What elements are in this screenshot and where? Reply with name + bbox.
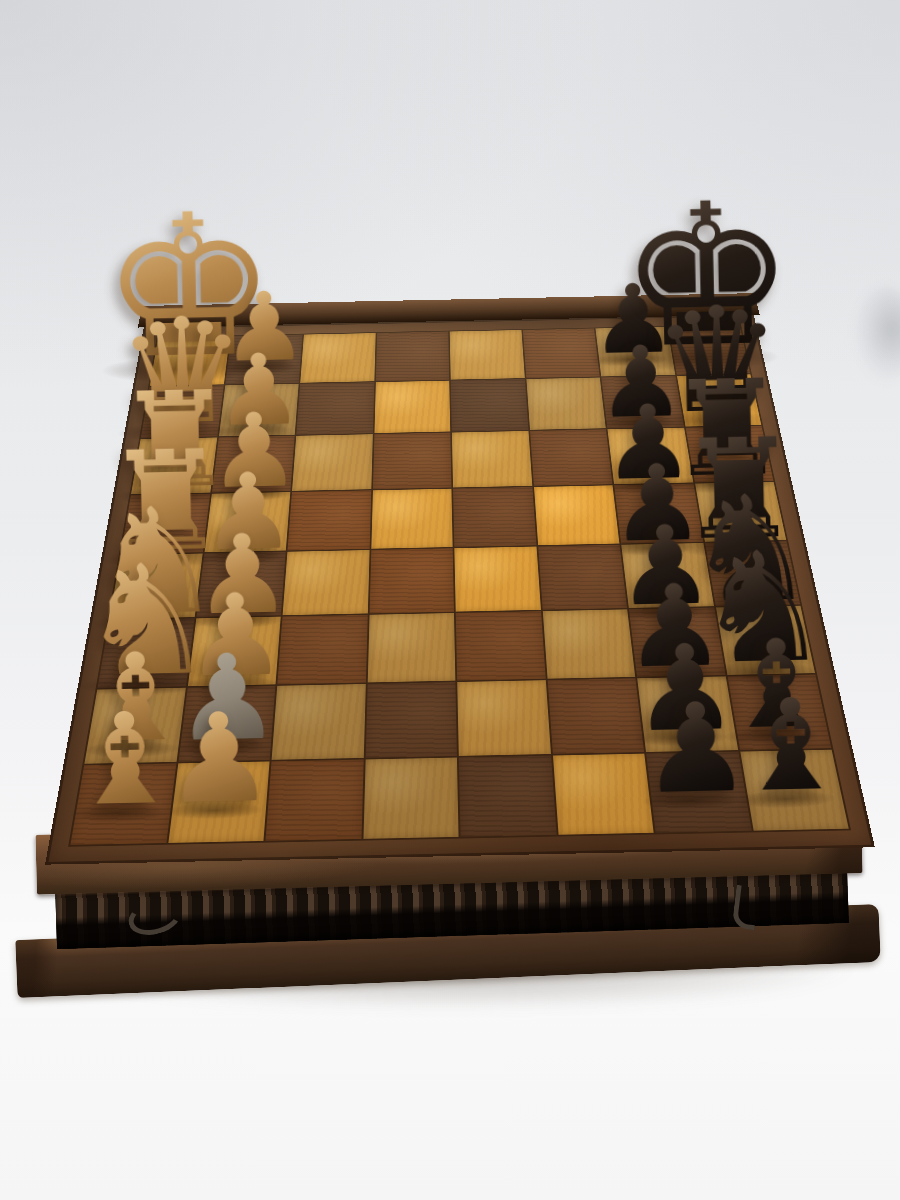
square-e4[interactable] [454,547,540,612]
square-d8[interactable] [376,332,450,381]
square-f3[interactable] [542,609,635,679]
square-b6[interactable] [212,436,295,492]
square-a7[interactable] [141,385,224,438]
square-b2[interactable] [178,686,275,762]
scene: ♚♟♟♚♛♟♟♛♜♟♟♜♜♟♟♜♞♟♟♞♞♟♟♞♝♟♟♝♝♟♟♝ [0,0,900,1200]
square-a8[interactable] [150,336,230,386]
square-c3[interactable] [277,614,367,684]
square-c8[interactable] [300,333,375,382]
square-c6[interactable] [292,434,372,490]
square-a6[interactable] [131,437,217,493]
square-f1[interactable] [552,753,653,835]
square-e2[interactable] [457,680,550,755]
square-b5[interactable] [204,492,290,552]
square-h1[interactable] [740,749,849,830]
square-e1[interactable] [459,755,556,837]
square-d2[interactable] [365,682,457,757]
square-c5[interactable] [288,490,371,550]
square-h6[interactable] [685,426,773,482]
square-d5[interactable] [371,488,453,548]
square-a4[interactable] [110,554,203,619]
square-a5[interactable] [121,493,210,554]
square-e6[interactable] [452,431,532,487]
square-b4[interactable] [196,552,286,617]
square-c2[interactable] [272,684,366,759]
chess-board [45,315,875,865]
square-f2[interactable] [547,678,644,753]
square-c4[interactable] [283,550,370,615]
square-h2[interactable] [727,675,831,750]
square-a2[interactable] [84,688,185,764]
square-d7[interactable] [374,380,450,433]
square-g6[interactable] [607,428,692,484]
square-a1[interactable] [70,763,176,845]
square-d6[interactable] [373,433,452,489]
square-e8[interactable] [450,330,525,379]
square-b8[interactable] [225,335,302,384]
square-h8[interactable] [668,325,750,374]
square-h4[interactable] [705,541,800,606]
square-g2[interactable] [637,676,737,751]
square-e5[interactable] [453,487,536,547]
square-h7[interactable] [677,374,762,426]
board-grid [70,325,848,845]
square-b1[interactable] [168,761,270,843]
square-h3[interactable] [716,605,816,675]
square-d3[interactable] [367,613,455,683]
square-g8[interactable] [595,327,674,376]
square-f5[interactable] [534,485,620,545]
square-c1[interactable] [265,759,363,841]
square-d1[interactable] [363,757,459,839]
square-f4[interactable] [538,545,627,610]
square-f8[interactable] [523,328,600,377]
square-e3[interactable] [456,611,546,681]
square-a3[interactable] [98,618,195,688]
square-g1[interactable] [646,751,751,832]
square-f7[interactable] [526,377,606,430]
square-h5[interactable] [695,482,787,542]
square-g7[interactable] [601,376,683,429]
board-frame [45,315,875,865]
square-b7[interactable] [219,384,299,437]
square-d4[interactable] [369,548,454,613]
board-tilt-wrapper: ♚♟♟♚♛♟♟♛♜♟♟♜♜♟♟♜♞♟♟♞♞♟♟♞♝♟♟♝♝♟♟♝ [0,0,900,1200]
square-b3[interactable] [187,616,280,686]
square-f6[interactable] [530,429,613,485]
square-g5[interactable] [614,483,703,543]
square-e7[interactable] [451,379,528,432]
square-c7[interactable] [296,382,374,435]
square-g3[interactable] [629,607,725,677]
square-g4[interactable] [621,543,713,608]
